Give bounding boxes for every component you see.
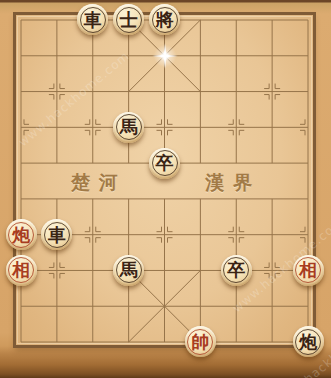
intersection-g3[interactable] (218, 109, 254, 145)
intersection-b4[interactable] (39, 145, 75, 181)
piece-character: 炮 (12, 225, 30, 243)
intersection-e1[interactable] (147, 38, 183, 74)
intersection-i1[interactable] (290, 38, 326, 74)
intersection-c6[interactable] (75, 217, 111, 253)
intersection-f0[interactable] (182, 2, 218, 38)
intersection-e2[interactable] (147, 74, 183, 110)
intersection-d7[interactable]: 馬 (111, 252, 147, 288)
intersection-g1[interactable] (218, 38, 254, 74)
intersection-a3[interactable] (3, 109, 39, 145)
intersection-f8[interactable] (182, 288, 218, 324)
intersection-c3[interactable] (75, 109, 111, 145)
intersection-c0[interactable]: 車 (75, 2, 111, 38)
piece-character: 卒 (227, 261, 245, 279)
piece-character: 炮 (299, 332, 317, 350)
intersection-a9[interactable] (3, 324, 39, 360)
intersection-b2[interactable] (39, 74, 75, 110)
intersection-c1[interactable] (75, 38, 111, 74)
intersection-h0[interactable] (254, 2, 290, 38)
xiangqi-board: 車士將馬卒炮車相馬卒相帥炮 (3, 2, 326, 360)
intersection-f7[interactable] (182, 252, 218, 288)
intersection-h6[interactable] (254, 217, 290, 253)
intersection-e7[interactable] (147, 252, 183, 288)
intersection-a1[interactable] (3, 38, 39, 74)
intersection-f9[interactable]: 帥 (182, 324, 218, 360)
intersection-i5[interactable] (290, 181, 326, 217)
intersection-c9[interactable] (75, 324, 111, 360)
intersection-b1[interactable] (39, 38, 75, 74)
piece-character: 相 (12, 261, 30, 279)
intersection-e9[interactable] (147, 324, 183, 360)
intersection-i7[interactable]: 相 (290, 252, 326, 288)
piece-red-general[interactable]: 帥 (185, 326, 216, 357)
piece-character: 馬 (120, 118, 138, 136)
intersection-a5[interactable] (3, 181, 39, 217)
intersection-a2[interactable] (3, 74, 39, 110)
intersection-d3[interactable]: 馬 (111, 109, 147, 145)
intersection-g7[interactable]: 卒 (218, 252, 254, 288)
intersection-i2[interactable] (290, 74, 326, 110)
intersection-c2[interactable] (75, 74, 111, 110)
intersection-i0[interactable] (290, 2, 326, 38)
intersection-d8[interactable] (111, 288, 147, 324)
intersection-c7[interactable] (75, 252, 111, 288)
intersection-g4[interactable] (218, 145, 254, 181)
intersection-g8[interactable] (218, 288, 254, 324)
intersection-c4[interactable] (75, 145, 111, 181)
intersection-g5[interactable] (218, 181, 254, 217)
intersection-f6[interactable] (182, 217, 218, 253)
intersection-g6[interactable] (218, 217, 254, 253)
intersection-b3[interactable] (39, 109, 75, 145)
intersection-d0[interactable]: 士 (111, 2, 147, 38)
piece-character: 相 (299, 261, 317, 279)
piece-character: 卒 (156, 154, 174, 172)
intersection-h8[interactable] (254, 288, 290, 324)
intersection-b6[interactable]: 車 (39, 217, 75, 253)
piece-character: 帥 (191, 332, 209, 350)
intersection-i6[interactable] (290, 217, 326, 253)
intersection-h3[interactable] (254, 109, 290, 145)
piece-black-soldier[interactable]: 卒 (221, 255, 252, 286)
intersection-f1[interactable] (182, 38, 218, 74)
intersection-d2[interactable] (111, 74, 147, 110)
game-table-background: { "game": "xiangqi", "position": { "fen"… (0, 0, 331, 378)
intersection-i4[interactable] (290, 145, 326, 181)
intersection-b9[interactable] (39, 324, 75, 360)
piece-character: 車 (48, 225, 66, 243)
intersection-e3[interactable] (147, 109, 183, 145)
intersection-f2[interactable] (182, 74, 218, 110)
intersection-d1[interactable] (111, 38, 147, 74)
intersection-a8[interactable] (3, 288, 39, 324)
intersection-a0[interactable] (3, 2, 39, 38)
intersection-d6[interactable] (111, 217, 147, 253)
intersection-d9[interactable] (111, 324, 147, 360)
intersection-d5[interactable] (111, 181, 147, 217)
intersection-e4[interactable]: 卒 (147, 145, 183, 181)
intersection-f5[interactable] (182, 181, 218, 217)
piece-character: 馬 (120, 261, 138, 279)
piece-red-cannon[interactable]: 炮 (6, 219, 37, 250)
intersection-g0[interactable] (218, 2, 254, 38)
piece-character: 車 (84, 10, 102, 28)
intersection-h5[interactable] (254, 181, 290, 217)
intersection-d4[interactable] (111, 145, 147, 181)
intersection-h4[interactable] (254, 145, 290, 181)
intersection-i9[interactable]: 炮 (290, 324, 326, 360)
piece-red-elephant[interactable]: 相 (293, 255, 324, 286)
piece-black-chariot[interactable]: 車 (41, 219, 72, 250)
intersection-g2[interactable] (218, 74, 254, 110)
intersection-b8[interactable] (39, 288, 75, 324)
intersection-a4[interactable] (3, 145, 39, 181)
intersection-a7[interactable]: 相 (3, 252, 39, 288)
intersection-b7[interactable] (39, 252, 75, 288)
intersection-e8[interactable] (147, 288, 183, 324)
intersection-h1[interactable] (254, 38, 290, 74)
intersection-e6[interactable] (147, 217, 183, 253)
intersection-g9[interactable] (218, 324, 254, 360)
intersection-b5[interactable] (39, 181, 75, 217)
intersection-f4[interactable] (182, 145, 218, 181)
intersection-h9[interactable] (254, 324, 290, 360)
intersection-f3[interactable] (182, 109, 218, 145)
intersection-b0[interactable] (39, 2, 75, 38)
piece-black-horse[interactable]: 馬 (113, 255, 144, 286)
intersection-e5[interactable] (147, 181, 183, 217)
intersection-c8[interactable] (75, 288, 111, 324)
piece-black-advisor[interactable]: 士 (113, 4, 144, 35)
intersection-h2[interactable] (254, 74, 290, 110)
piece-black-general[interactable]: 將 (149, 4, 180, 35)
piece-character: 將 (156, 10, 174, 28)
piece-character: 士 (120, 10, 138, 28)
piece-black-chariot[interactable]: 車 (77, 4, 108, 35)
intersection-i3[interactable] (290, 109, 326, 145)
intersection-e0[interactable]: 將 (147, 2, 183, 38)
piece-black-soldier[interactable]: 卒 (149, 148, 180, 179)
intersection-h7[interactable] (254, 252, 290, 288)
intersection-c5[interactable] (75, 181, 111, 217)
piece-black-horse[interactable]: 馬 (113, 112, 144, 143)
intersection-a6[interactable]: 炮 (3, 217, 39, 253)
piece-red-elephant[interactable]: 相 (6, 255, 37, 286)
piece-black-cannon[interactable]: 炮 (293, 326, 324, 357)
intersection-i8[interactable] (290, 288, 326, 324)
